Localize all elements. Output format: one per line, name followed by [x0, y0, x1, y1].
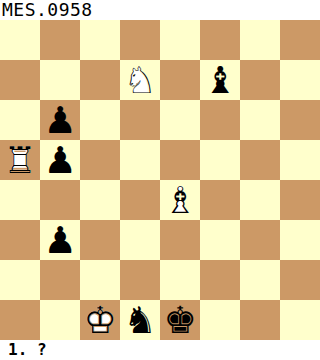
square-a7[interactable]: [0, 60, 40, 100]
square-d2[interactable]: [120, 260, 160, 300]
square-h4[interactable]: [280, 180, 320, 220]
square-g2[interactable]: [240, 260, 280, 300]
square-b4[interactable]: [40, 180, 80, 220]
square-b5[interactable]: ♟: [40, 140, 80, 180]
square-d7[interactable]: ♞♘: [120, 60, 160, 100]
square-g8[interactable]: [240, 20, 280, 60]
square-c2[interactable]: [80, 260, 120, 300]
square-h5[interactable]: [280, 140, 320, 180]
piece-outline-glyph: ♖: [0, 140, 40, 180]
square-d3[interactable]: [120, 220, 160, 260]
piece-glyph: ♟: [40, 100, 80, 140]
square-b2[interactable]: [40, 260, 80, 300]
square-d1[interactable]: ♞: [120, 300, 160, 340]
piece-outline-glyph: ♘: [120, 60, 160, 100]
square-c4[interactable]: [80, 180, 120, 220]
square-a6[interactable]: [0, 100, 40, 140]
square-f6[interactable]: [200, 100, 240, 140]
white-king-piece: ♚♔: [80, 300, 120, 340]
square-f3[interactable]: [200, 220, 240, 260]
square-c3[interactable]: [80, 220, 120, 260]
square-a8[interactable]: [0, 20, 40, 60]
square-g5[interactable]: [240, 140, 280, 180]
white-knight-piece: ♞♘: [120, 60, 160, 100]
square-c1[interactable]: ♚♔: [80, 300, 120, 340]
square-a1[interactable]: [0, 300, 40, 340]
black-king-piece: ♚: [160, 300, 200, 340]
puzzle-title: MES.0958: [0, 0, 320, 20]
black-pawn-piece: ♟: [40, 100, 80, 140]
square-h2[interactable]: [280, 260, 320, 300]
black-bishop-piece: ♝: [200, 60, 240, 100]
square-c8[interactable]: [80, 20, 120, 60]
black-knight-piece: ♞: [120, 300, 160, 340]
square-c6[interactable]: [80, 100, 120, 140]
square-f8[interactable]: [200, 20, 240, 60]
square-a5[interactable]: ♜♖: [0, 140, 40, 180]
white-bishop-piece: ♝♗: [160, 180, 200, 220]
chess-puzzle-page: MES.0958 ♞♘♝♟♜♖♟♝♗♟♚♔♞♚ 1. ?: [0, 0, 320, 360]
square-f4[interactable]: [200, 180, 240, 220]
square-e7[interactable]: [160, 60, 200, 100]
square-c7[interactable]: [80, 60, 120, 100]
square-c5[interactable]: [80, 140, 120, 180]
square-g4[interactable]: [240, 180, 280, 220]
square-h1[interactable]: [280, 300, 320, 340]
piece-outline-glyph: ♔: [80, 300, 120, 340]
piece-glyph: ♚: [160, 300, 200, 340]
square-g3[interactable]: [240, 220, 280, 260]
white-rook-piece: ♜♖: [0, 140, 40, 180]
square-h3[interactable]: [280, 220, 320, 260]
square-e6[interactable]: [160, 100, 200, 140]
square-f7[interactable]: ♝: [200, 60, 240, 100]
square-b7[interactable]: [40, 60, 80, 100]
piece-glyph: ♝: [200, 60, 240, 100]
square-e1[interactable]: ♚: [160, 300, 200, 340]
square-a4[interactable]: [0, 180, 40, 220]
piece-glyph: ♞: [120, 300, 160, 340]
square-e2[interactable]: [160, 260, 200, 300]
black-pawn-piece: ♟: [40, 220, 80, 260]
square-e5[interactable]: [160, 140, 200, 180]
square-b6[interactable]: ♟: [40, 100, 80, 140]
square-d4[interactable]: [120, 180, 160, 220]
square-b1[interactable]: [40, 300, 80, 340]
square-b3[interactable]: ♟: [40, 220, 80, 260]
square-b8[interactable]: [40, 20, 80, 60]
square-a2[interactable]: [0, 260, 40, 300]
piece-glyph: ♟: [40, 220, 80, 260]
square-h6[interactable]: [280, 100, 320, 140]
square-d5[interactable]: [120, 140, 160, 180]
piece-glyph: ♟: [40, 140, 80, 180]
square-e3[interactable]: [160, 220, 200, 260]
square-e4[interactable]: ♝♗: [160, 180, 200, 220]
square-h8[interactable]: [280, 20, 320, 60]
square-g6[interactable]: [240, 100, 280, 140]
square-g1[interactable]: [240, 300, 280, 340]
square-f2[interactable]: [200, 260, 240, 300]
square-h7[interactable]: [280, 60, 320, 100]
black-pawn-piece: ♟: [40, 140, 80, 180]
square-g7[interactable]: [240, 60, 280, 100]
square-d8[interactable]: [120, 20, 160, 60]
square-d6[interactable]: [120, 100, 160, 140]
square-f1[interactable]: [200, 300, 240, 340]
move-prompt: 1. ?: [0, 340, 320, 360]
piece-outline-glyph: ♗: [160, 180, 200, 220]
chess-board: ♞♘♝♟♜♖♟♝♗♟♚♔♞♚: [0, 20, 320, 340]
square-f5[interactable]: [200, 140, 240, 180]
square-e8[interactable]: [160, 20, 200, 60]
square-a3[interactable]: [0, 220, 40, 260]
